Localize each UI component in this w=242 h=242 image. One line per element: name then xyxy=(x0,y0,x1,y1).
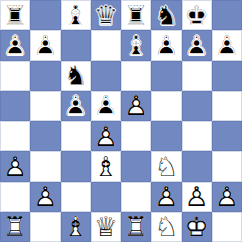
square-f2[interactable]: ♟♙ xyxy=(151,182,181,212)
square-d7[interactable] xyxy=(91,30,121,60)
chess-board: ♜♖♝♗♛♕♜♖♞♘♚♔♟♙♟♙♝♗♟♙♟♙♟♙♞♘♟♙♟♙♟♙♟♙♟♙♝♗♞♘… xyxy=(0,0,242,242)
white-pawn[interactable]: ♟♙ xyxy=(30,182,60,212)
square-e4[interactable] xyxy=(121,121,151,151)
square-c6[interactable]: ♞♘ xyxy=(61,61,91,91)
pawn-outline-glyph: ♙ xyxy=(121,91,151,121)
black-rook[interactable]: ♜♖ xyxy=(121,0,151,30)
square-b7[interactable]: ♟♙ xyxy=(30,30,60,60)
white-knight[interactable]: ♞♘ xyxy=(151,151,181,181)
pawn-outline-glyph: ♙ xyxy=(91,91,121,121)
black-queen[interactable]: ♛♕ xyxy=(91,0,121,30)
square-d3[interactable]: ♝♗ xyxy=(91,151,121,181)
square-d2[interactable] xyxy=(91,182,121,212)
pawn-outline-glyph: ♙ xyxy=(30,30,60,60)
square-a8[interactable]: ♜♖ xyxy=(0,0,30,30)
rook-outline-glyph: ♖ xyxy=(121,212,151,242)
square-g1[interactable]: ♚♔ xyxy=(182,212,212,242)
white-queen[interactable]: ♛♕ xyxy=(91,212,121,242)
pawn-outline-glyph: ♙ xyxy=(61,91,91,121)
square-e8[interactable]: ♜♖ xyxy=(121,0,151,30)
square-a6[interactable] xyxy=(0,61,30,91)
queen-outline-glyph: ♕ xyxy=(91,0,121,30)
square-a1[interactable]: ♜♖ xyxy=(0,212,30,242)
square-g7[interactable]: ♟♙ xyxy=(182,30,212,60)
black-rook[interactable]: ♜♖ xyxy=(0,0,30,30)
pawn-outline-glyph: ♙ xyxy=(182,182,212,212)
pawn-outline-glyph: ♙ xyxy=(0,30,30,60)
square-c3[interactable] xyxy=(61,151,91,181)
square-b3[interactable] xyxy=(30,151,60,181)
white-pawn[interactable]: ♟♙ xyxy=(212,182,242,212)
square-d4[interactable]: ♟♙ xyxy=(91,121,121,151)
square-f8[interactable]: ♞♘ xyxy=(151,0,181,30)
bishop-outline-glyph: ♗ xyxy=(91,151,121,181)
pawn-outline-glyph: ♙ xyxy=(212,30,242,60)
black-pawn[interactable]: ♟♙ xyxy=(212,30,242,60)
pawn-outline-glyph: ♙ xyxy=(30,182,60,212)
king-outline-glyph: ♔ xyxy=(182,0,212,30)
square-f6[interactable] xyxy=(151,61,181,91)
square-e3[interactable] xyxy=(121,151,151,181)
square-g8[interactable]: ♚♔ xyxy=(182,0,212,30)
knight-outline-glyph: ♘ xyxy=(151,212,181,242)
square-e5[interactable]: ♟♙ xyxy=(121,91,151,121)
square-b5[interactable] xyxy=(30,91,60,121)
square-a3[interactable]: ♟♙ xyxy=(0,151,30,181)
bishop-outline-glyph: ♗ xyxy=(61,212,91,242)
square-f1[interactable]: ♞♘ xyxy=(151,212,181,242)
white-pawn[interactable]: ♟♙ xyxy=(182,182,212,212)
square-e7[interactable]: ♝♗ xyxy=(121,30,151,60)
white-king[interactable]: ♚♔ xyxy=(182,212,212,242)
square-a4[interactable] xyxy=(0,121,30,151)
square-h4[interactable] xyxy=(212,121,242,151)
king-outline-glyph: ♔ xyxy=(182,212,212,242)
white-rook[interactable]: ♜♖ xyxy=(0,212,30,242)
white-knight[interactable]: ♞♘ xyxy=(151,212,181,242)
black-bishop[interactable]: ♝♗ xyxy=(121,30,151,60)
square-c7[interactable] xyxy=(61,30,91,60)
square-h8[interactable] xyxy=(212,0,242,30)
square-d5[interactable]: ♟♙ xyxy=(91,91,121,121)
square-f5[interactable] xyxy=(151,91,181,121)
square-e1[interactable]: ♜♖ xyxy=(121,212,151,242)
square-g5[interactable] xyxy=(182,91,212,121)
square-h2[interactable]: ♟♙ xyxy=(212,182,242,212)
white-rook[interactable]: ♜♖ xyxy=(121,212,151,242)
rook-outline-glyph: ♖ xyxy=(0,212,30,242)
square-a7[interactable]: ♟♙ xyxy=(0,30,30,60)
black-pawn[interactable]: ♟♙ xyxy=(151,30,181,60)
bishop-outline-glyph: ♗ xyxy=(61,0,91,30)
pawn-outline-glyph: ♙ xyxy=(212,182,242,212)
square-h5[interactable] xyxy=(212,91,242,121)
black-pawn[interactable]: ♟♙ xyxy=(182,30,212,60)
square-b2[interactable]: ♟♙ xyxy=(30,182,60,212)
square-c2[interactable] xyxy=(61,182,91,212)
white-pawn[interactable]: ♟♙ xyxy=(121,91,151,121)
square-g4[interactable] xyxy=(182,121,212,151)
white-bishop[interactable]: ♝♗ xyxy=(91,151,121,181)
pawn-outline-glyph: ♙ xyxy=(91,121,121,151)
square-e2[interactable] xyxy=(121,182,151,212)
black-pawn[interactable]: ♟♙ xyxy=(91,91,121,121)
square-f7[interactable]: ♟♙ xyxy=(151,30,181,60)
black-pawn[interactable]: ♟♙ xyxy=(0,30,30,60)
square-b6[interactable] xyxy=(30,61,60,91)
black-pawn[interactable]: ♟♙ xyxy=(61,91,91,121)
white-pawn[interactable]: ♟♙ xyxy=(91,121,121,151)
square-h1[interactable] xyxy=(212,212,242,242)
pawn-outline-glyph: ♙ xyxy=(0,151,30,181)
black-knight[interactable]: ♞♘ xyxy=(61,61,91,91)
rook-outline-glyph: ♖ xyxy=(121,0,151,30)
square-g3[interactable] xyxy=(182,151,212,181)
square-d1[interactable]: ♛♕ xyxy=(91,212,121,242)
square-h6[interactable] xyxy=(212,61,242,91)
square-a5[interactable] xyxy=(0,91,30,121)
square-c5[interactable]: ♟♙ xyxy=(61,91,91,121)
white-pawn[interactable]: ♟♙ xyxy=(151,182,181,212)
queen-outline-glyph: ♕ xyxy=(91,212,121,242)
square-c4[interactable] xyxy=(61,121,91,151)
knight-outline-glyph: ♘ xyxy=(151,151,181,181)
pawn-outline-glyph: ♙ xyxy=(151,182,181,212)
pawn-outline-glyph: ♙ xyxy=(151,30,181,60)
rook-outline-glyph: ♖ xyxy=(0,0,30,30)
square-h3[interactable] xyxy=(212,151,242,181)
white-pawn[interactable]: ♟♙ xyxy=(0,151,30,181)
square-c1[interactable]: ♝♗ xyxy=(61,212,91,242)
square-d8[interactable]: ♛♕ xyxy=(91,0,121,30)
black-pawn[interactable]: ♟♙ xyxy=(30,30,60,60)
black-king[interactable]: ♚♔ xyxy=(182,0,212,30)
square-f3[interactable]: ♞♘ xyxy=(151,151,181,181)
black-bishop[interactable]: ♝♗ xyxy=(61,0,91,30)
pawn-outline-glyph: ♙ xyxy=(182,30,212,60)
knight-outline-glyph: ♘ xyxy=(61,61,91,91)
square-f4[interactable] xyxy=(151,121,181,151)
square-c8[interactable]: ♝♗ xyxy=(61,0,91,30)
black-knight[interactable]: ♞♘ xyxy=(151,0,181,30)
square-g6[interactable] xyxy=(182,61,212,91)
square-b4[interactable] xyxy=(30,121,60,151)
square-g2[interactable]: ♟♙ xyxy=(182,182,212,212)
square-b1[interactable] xyxy=(30,212,60,242)
bishop-outline-glyph: ♗ xyxy=(121,30,151,60)
square-d6[interactable] xyxy=(91,61,121,91)
square-a2[interactable] xyxy=(0,182,30,212)
knight-outline-glyph: ♘ xyxy=(151,0,181,30)
square-b8[interactable] xyxy=(30,0,60,30)
square-h7[interactable]: ♟♙ xyxy=(212,30,242,60)
white-bishop[interactable]: ♝♗ xyxy=(61,212,91,242)
square-e6[interactable] xyxy=(121,61,151,91)
